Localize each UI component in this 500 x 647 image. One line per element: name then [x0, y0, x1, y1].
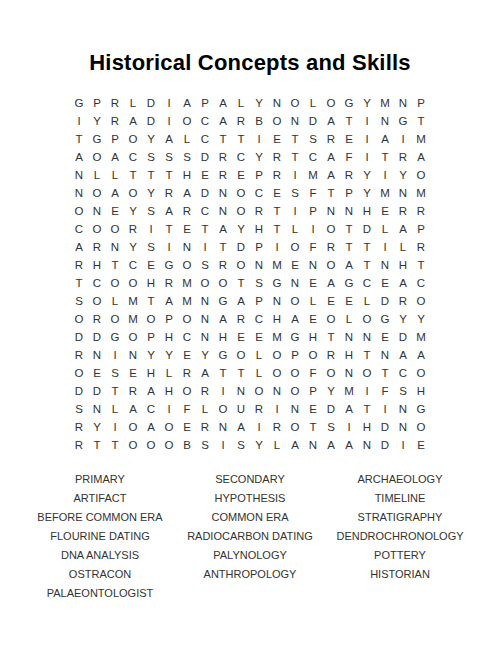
grid-cell-r4c11[interactable]: Y	[250, 148, 268, 166]
grid-cell-r5c19[interactable]: Y	[394, 166, 412, 184]
grid-cell-r11c8[interactable]: O	[196, 274, 214, 292]
grid-cell-r8c12[interactable]: T	[268, 220, 286, 238]
grid-cell-r2c1[interactable]: I	[70, 112, 88, 130]
grid-cell-r19c16[interactable]: I	[340, 418, 358, 436]
grid-cell-r5c8[interactable]: E	[196, 166, 214, 184]
grid-cell-r8c14[interactable]: I	[304, 220, 322, 238]
grid-cell-r10c5[interactable]: E	[142, 256, 160, 274]
grid-cell-r17c13[interactable]: O	[286, 382, 304, 400]
grid-cell-r1c7[interactable]: A	[178, 94, 196, 112]
grid-cell-r17c7[interactable]: O	[178, 382, 196, 400]
grid-cell-r18c13[interactable]: N	[286, 400, 304, 418]
grid-cell-r15c14[interactable]: O	[304, 346, 322, 364]
grid-cell-r12c17[interactable]: L	[358, 292, 376, 310]
grid-cell-r8c13[interactable]: L	[286, 220, 304, 238]
grid-cell-r5c5[interactable]: T	[142, 166, 160, 184]
grid-cell-r20c18[interactable]: D	[376, 436, 394, 454]
grid-cell-r13c3[interactable]: O	[106, 310, 124, 328]
grid-cell-r2c20[interactable]: T	[412, 112, 430, 130]
grid-cell-r11c11[interactable]: S	[250, 274, 268, 292]
grid-cell-r16c8[interactable]: A	[196, 364, 214, 382]
grid-cell-r4c1[interactable]: A	[70, 148, 88, 166]
grid-cell-r6c12[interactable]: E	[268, 184, 286, 202]
grid-cell-r12c20[interactable]: O	[412, 292, 430, 310]
grid-cell-r5c4[interactable]: T	[124, 166, 142, 184]
grid-cell-r10c2[interactable]: H	[88, 256, 106, 274]
grid-cell-r6c13[interactable]: S	[286, 184, 304, 202]
grid-cell-r2c17[interactable]: I	[358, 112, 376, 130]
grid-cell-r9c16[interactable]: T	[340, 238, 358, 256]
grid-cell-r11c9[interactable]: O	[214, 274, 232, 292]
grid-cell-r7c8[interactable]: C	[196, 202, 214, 220]
grid-cell-r10c15[interactable]: O	[322, 256, 340, 274]
grid-cell-r2c3[interactable]: R	[106, 112, 124, 130]
grid-cell-r12c4[interactable]: M	[124, 292, 142, 310]
grid-cell-r4c14[interactable]: C	[304, 148, 322, 166]
grid-cell-r16c17[interactable]: O	[358, 364, 376, 382]
grid-cell-r5c16[interactable]: R	[340, 166, 358, 184]
grid-cell-r11c15[interactable]: A	[322, 274, 340, 292]
grid-cell-r19c10[interactable]: A	[232, 418, 250, 436]
grid-cell-r8c17[interactable]: D	[358, 220, 376, 238]
grid-cell-r14c18[interactable]: E	[376, 328, 394, 346]
grid-cell-r6c5[interactable]: Y	[142, 184, 160, 202]
grid-cell-r17c17[interactable]: I	[358, 382, 376, 400]
grid-cell-r8c7[interactable]: E	[178, 220, 196, 238]
grid-cell-r18c12[interactable]: I	[268, 400, 286, 418]
grid-cell-r6c7[interactable]: A	[178, 184, 196, 202]
grid-cell-r9c4[interactable]: Y	[124, 238, 142, 256]
grid-cell-r20c16[interactable]: A	[340, 436, 358, 454]
grid-cell-r13c4[interactable]: M	[124, 310, 142, 328]
grid-cell-r3c7[interactable]: L	[178, 130, 196, 148]
grid-cell-r20c8[interactable]: S	[196, 436, 214, 454]
grid-cell-r5c15[interactable]: A	[322, 166, 340, 184]
grid-cell-r9c17[interactable]: T	[358, 238, 376, 256]
grid-cell-r13c5[interactable]: O	[142, 310, 160, 328]
grid-cell-r18c10[interactable]: U	[232, 400, 250, 418]
grid-cell-r12c10[interactable]: A	[232, 292, 250, 310]
grid-cell-r1c1[interactable]: G	[70, 94, 88, 112]
grid-cell-r4c8[interactable]: D	[196, 148, 214, 166]
grid-cell-r13c1[interactable]: O	[70, 310, 88, 328]
grid-cell-r14c2[interactable]: D	[88, 328, 106, 346]
grid-cell-r12c5[interactable]: T	[142, 292, 160, 310]
grid-cell-r9c10[interactable]: D	[232, 238, 250, 256]
grid-cell-r16c4[interactable]: E	[124, 364, 142, 382]
grid-cell-r7c2[interactable]: N	[88, 202, 106, 220]
grid-cell-r18c8[interactable]: L	[196, 400, 214, 418]
grid-cell-r10c4[interactable]: C	[124, 256, 142, 274]
grid-cell-r17c9[interactable]: I	[214, 382, 232, 400]
grid-cell-r19c12[interactable]: R	[268, 418, 286, 436]
grid-cell-r7c9[interactable]: N	[214, 202, 232, 220]
grid-cell-r5c18[interactable]: I	[376, 166, 394, 184]
grid-cell-r3c9[interactable]: T	[214, 130, 232, 148]
grid-cell-r6c3[interactable]: A	[106, 184, 124, 202]
grid-cell-r5c1[interactable]: N	[70, 166, 88, 184]
grid-cell-r10c1[interactable]: R	[70, 256, 88, 274]
grid-cell-r9c14[interactable]: F	[304, 238, 322, 256]
grid-cell-r12c9[interactable]: G	[214, 292, 232, 310]
grid-cell-r7c13[interactable]: I	[286, 202, 304, 220]
grid-cell-r15c13[interactable]: P	[286, 346, 304, 364]
grid-cell-r10c16[interactable]: A	[340, 256, 358, 274]
grid-cell-r4c10[interactable]: C	[232, 148, 250, 166]
grid-cell-r20c14[interactable]: N	[304, 436, 322, 454]
grid-cell-r14c19[interactable]: D	[394, 328, 412, 346]
grid-cell-r12c7[interactable]: M	[178, 292, 196, 310]
grid-cell-r5c7[interactable]: H	[178, 166, 196, 184]
grid-cell-r2c16[interactable]: T	[340, 112, 358, 130]
grid-cell-r15c1[interactable]: R	[70, 346, 88, 364]
grid-cell-r16c10[interactable]: T	[232, 364, 250, 382]
grid-cell-r4c17[interactable]: I	[358, 148, 376, 166]
grid-cell-r16c6[interactable]: L	[160, 364, 178, 382]
grid-cell-r10c3[interactable]: T	[106, 256, 124, 274]
grid-cell-r5c13[interactable]: I	[286, 166, 304, 184]
grid-cell-r6c20[interactable]: M	[412, 184, 430, 202]
grid-cell-r13c7[interactable]: O	[178, 310, 196, 328]
grid-cell-r19c6[interactable]: O	[160, 418, 178, 436]
grid-cell-r17c6[interactable]: H	[160, 382, 178, 400]
grid-cell-r17c14[interactable]: P	[304, 382, 322, 400]
grid-cell-r9c20[interactable]: R	[412, 238, 430, 256]
grid-cell-r14c12[interactable]: M	[268, 328, 286, 346]
grid-cell-r20c4[interactable]: O	[124, 436, 142, 454]
grid-cell-r14c3[interactable]: G	[106, 328, 124, 346]
grid-cell-r5c17[interactable]: Y	[358, 166, 376, 184]
grid-cell-r11c20[interactable]: C	[412, 274, 430, 292]
grid-cell-r2c12[interactable]: O	[268, 112, 286, 130]
grid-cell-r7c19[interactable]: R	[394, 202, 412, 220]
grid-cell-r18c15[interactable]: D	[322, 400, 340, 418]
grid-cell-r20c9[interactable]: I	[214, 436, 232, 454]
grid-cell-r1c2[interactable]: P	[88, 94, 106, 112]
grid-cell-r15c4[interactable]: N	[124, 346, 142, 364]
grid-cell-r18c16[interactable]: A	[340, 400, 358, 418]
grid-cell-r10c9[interactable]: R	[214, 256, 232, 274]
grid-cell-r3c2[interactable]: G	[88, 130, 106, 148]
grid-cell-r1c4[interactable]: L	[124, 94, 142, 112]
grid-cell-r17c8[interactable]: R	[196, 382, 214, 400]
grid-cell-r2c13[interactable]: N	[286, 112, 304, 130]
grid-cell-r17c15[interactable]: Y	[322, 382, 340, 400]
grid-cell-r17c19[interactable]: S	[394, 382, 412, 400]
grid-cell-r10c11[interactable]: N	[250, 256, 268, 274]
grid-cell-r9c2[interactable]: R	[88, 238, 106, 256]
grid-cell-r4c3[interactable]: A	[106, 148, 124, 166]
grid-cell-r11c3[interactable]: O	[106, 274, 124, 292]
grid-cell-r1c14[interactable]: L	[304, 94, 322, 112]
grid-cell-r19c15[interactable]: S	[322, 418, 340, 436]
grid-cell-r6c18[interactable]: M	[376, 184, 394, 202]
grid-cell-r8c2[interactable]: O	[88, 220, 106, 238]
grid-cell-r11c18[interactable]: E	[376, 274, 394, 292]
grid-cell-r6c10[interactable]: O	[232, 184, 250, 202]
grid-cell-r11c4[interactable]: O	[124, 274, 142, 292]
grid-cell-r15c8[interactable]: Y	[196, 346, 214, 364]
grid-cell-r14c20[interactable]: M	[412, 328, 430, 346]
grid-cell-r3c19[interactable]: I	[394, 130, 412, 148]
grid-cell-r3c20[interactable]: M	[412, 130, 430, 148]
grid-cell-r5c10[interactable]: E	[232, 166, 250, 184]
grid-cell-r20c12[interactable]: L	[268, 436, 286, 454]
grid-cell-r13c2[interactable]: R	[88, 310, 106, 328]
grid-cell-r16c12[interactable]: O	[268, 364, 286, 382]
grid-cell-r3c3[interactable]: P	[106, 130, 124, 148]
grid-cell-r3c10[interactable]: T	[232, 130, 250, 148]
grid-cell-r6c6[interactable]: R	[160, 184, 178, 202]
grid-cell-r13c13[interactable]: A	[286, 310, 304, 328]
grid-cell-r10c18[interactable]: N	[376, 256, 394, 274]
grid-cell-r3c12[interactable]: E	[268, 130, 286, 148]
grid-cell-r16c15[interactable]: O	[322, 364, 340, 382]
grid-cell-r17c3[interactable]: T	[106, 382, 124, 400]
grid-cell-r4c16[interactable]: F	[340, 148, 358, 166]
grid-cell-r16c9[interactable]: T	[214, 364, 232, 382]
grid-cell-r11c13[interactable]: N	[286, 274, 304, 292]
grid-cell-r15c19[interactable]: A	[394, 346, 412, 364]
grid-cell-r19c1[interactable]: R	[70, 418, 88, 436]
grid-cell-r1c19[interactable]: N	[394, 94, 412, 112]
grid-cell-r17c1[interactable]: D	[70, 382, 88, 400]
grid-cell-r13c19[interactable]: Y	[394, 310, 412, 328]
grid-cell-r8c5[interactable]: I	[142, 220, 160, 238]
grid-cell-r13c8[interactable]: N	[196, 310, 214, 328]
grid-cell-r17c4[interactable]: R	[124, 382, 142, 400]
grid-cell-r7c4[interactable]: Y	[124, 202, 142, 220]
grid-cell-r7c18[interactable]: E	[376, 202, 394, 220]
grid-cell-r1c8[interactable]: P	[196, 94, 214, 112]
grid-cell-r18c5[interactable]: C	[142, 400, 160, 418]
grid-cell-r7c14[interactable]: P	[304, 202, 322, 220]
grid-cell-r1c15[interactable]: O	[322, 94, 340, 112]
grid-cell-r20c1[interactable]: R	[70, 436, 88, 454]
grid-cell-r15c10[interactable]: O	[232, 346, 250, 364]
grid-cell-r7c11[interactable]: R	[250, 202, 268, 220]
grid-cell-r17c11[interactable]: O	[250, 382, 268, 400]
grid-cell-r1c18[interactable]: M	[376, 94, 394, 112]
grid-cell-r16c19[interactable]: C	[394, 364, 412, 382]
grid-cell-r8c6[interactable]: T	[160, 220, 178, 238]
grid-cell-r18c6[interactable]: I	[160, 400, 178, 418]
grid-cell-r20c19[interactable]: I	[394, 436, 412, 454]
grid-cell-r19c7[interactable]: E	[178, 418, 196, 436]
grid-cell-r19c18[interactable]: D	[376, 418, 394, 436]
grid-cell-r13c18[interactable]: G	[376, 310, 394, 328]
grid-cell-r20c6[interactable]: O	[160, 436, 178, 454]
grid-cell-r17c5[interactable]: A	[142, 382, 160, 400]
grid-cell-r7c17[interactable]: H	[358, 202, 376, 220]
grid-cell-r18c20[interactable]: G	[412, 400, 430, 418]
grid-cell-r14c11[interactable]: E	[250, 328, 268, 346]
grid-cell-r11c19[interactable]: A	[394, 274, 412, 292]
grid-cell-r2c4[interactable]: A	[124, 112, 142, 130]
grid-cell-r7c3[interactable]: E	[106, 202, 124, 220]
grid-cell-r1c5[interactable]: D	[142, 94, 160, 112]
grid-cell-r2c11[interactable]: B	[250, 112, 268, 130]
grid-cell-r10c10[interactable]: O	[232, 256, 250, 274]
grid-cell-r16c16[interactable]: N	[340, 364, 358, 382]
grid-cell-r1c16[interactable]: G	[340, 94, 358, 112]
grid-cell-r15c16[interactable]: H	[340, 346, 358, 364]
grid-cell-r16c7[interactable]: R	[178, 364, 196, 382]
grid-cell-r3c15[interactable]: R	[322, 130, 340, 148]
grid-cell-r20c5[interactable]: O	[142, 436, 160, 454]
grid-cell-r18c7[interactable]: F	[178, 400, 196, 418]
grid-cell-r17c2[interactable]: D	[88, 382, 106, 400]
grid-cell-r18c2[interactable]: N	[88, 400, 106, 418]
grid-cell-r2c8[interactable]: C	[196, 112, 214, 130]
grid-cell-r12c14[interactable]: L	[304, 292, 322, 310]
grid-cell-r5c3[interactable]: L	[106, 166, 124, 184]
grid-cell-r11c12[interactable]: G	[268, 274, 286, 292]
grid-cell-r4c13[interactable]: T	[286, 148, 304, 166]
grid-cell-r14c5[interactable]: P	[142, 328, 160, 346]
grid-cell-r13c20[interactable]: Y	[412, 310, 430, 328]
grid-cell-r14c10[interactable]: E	[232, 328, 250, 346]
grid-cell-r16c3[interactable]: S	[106, 364, 124, 382]
grid-cell-r1c3[interactable]: R	[106, 94, 124, 112]
grid-cell-r15c9[interactable]: G	[214, 346, 232, 364]
grid-cell-r2c9[interactable]: A	[214, 112, 232, 130]
grid-cell-r4c5[interactable]: S	[142, 148, 160, 166]
grid-cell-r2c15[interactable]: A	[322, 112, 340, 130]
grid-cell-r5c9[interactable]: R	[214, 166, 232, 184]
grid-cell-r19c17[interactable]: H	[358, 418, 376, 436]
grid-cell-r5c2[interactable]: L	[88, 166, 106, 184]
grid-cell-r16c11[interactable]: L	[250, 364, 268, 382]
grid-cell-r17c10[interactable]: N	[232, 382, 250, 400]
grid-cell-r14c15[interactable]: T	[322, 328, 340, 346]
grid-cell-r8c9[interactable]: A	[214, 220, 232, 238]
grid-cell-r17c20[interactable]: H	[412, 382, 430, 400]
grid-cell-r3c4[interactable]: O	[124, 130, 142, 148]
grid-cell-r6c15[interactable]: T	[322, 184, 340, 202]
grid-cell-r3c1[interactable]: T	[70, 130, 88, 148]
grid-cell-r9c13[interactable]: O	[286, 238, 304, 256]
grid-cell-r4c19[interactable]: R	[394, 148, 412, 166]
grid-cell-r19c13[interactable]: O	[286, 418, 304, 436]
grid-cell-r16c5[interactable]: H	[142, 364, 160, 382]
grid-cell-r15c20[interactable]: A	[412, 346, 430, 364]
grid-cell-r4c18[interactable]: T	[376, 148, 394, 166]
grid-cell-r8c8[interactable]: T	[196, 220, 214, 238]
grid-cell-r15c17[interactable]: T	[358, 346, 376, 364]
grid-cell-r13c9[interactable]: A	[214, 310, 232, 328]
grid-cell-r2c18[interactable]: N	[376, 112, 394, 130]
grid-cell-r1c13[interactable]: O	[286, 94, 304, 112]
grid-cell-r9c8[interactable]: I	[196, 238, 214, 256]
grid-cell-r18c3[interactable]: L	[106, 400, 124, 418]
grid-cell-r20c15[interactable]: A	[322, 436, 340, 454]
grid-cell-r12c18[interactable]: D	[376, 292, 394, 310]
grid-cell-r3c13[interactable]: T	[286, 130, 304, 148]
grid-cell-r5c14[interactable]: M	[304, 166, 322, 184]
grid-cell-r20c10[interactable]: S	[232, 436, 250, 454]
grid-cell-r12c12[interactable]: N	[268, 292, 286, 310]
grid-cell-r9c12[interactable]: I	[268, 238, 286, 256]
grid-cell-r6c11[interactable]: C	[250, 184, 268, 202]
grid-cell-r12c15[interactable]: E	[322, 292, 340, 310]
grid-cell-r10c20[interactable]: T	[412, 256, 430, 274]
grid-cell-r6c9[interactable]: N	[214, 184, 232, 202]
grid-cell-r12c8[interactable]: N	[196, 292, 214, 310]
grid-cell-r8c19[interactable]: A	[394, 220, 412, 238]
grid-cell-r10c8[interactable]: S	[196, 256, 214, 274]
grid-cell-r20c20[interactable]: E	[412, 436, 430, 454]
grid-cell-r20c13[interactable]: A	[286, 436, 304, 454]
grid-cell-r9c6[interactable]: I	[160, 238, 178, 256]
grid-cell-r14c4[interactable]: O	[124, 328, 142, 346]
grid-cell-r4c20[interactable]: A	[412, 148, 430, 166]
grid-cell-r9c5[interactable]: S	[142, 238, 160, 256]
grid-cell-r5c11[interactable]: P	[250, 166, 268, 184]
grid-cell-r3c5[interactable]: Y	[142, 130, 160, 148]
grid-cell-r19c9[interactable]: N	[214, 418, 232, 436]
grid-cell-r18c9[interactable]: O	[214, 400, 232, 418]
grid-cell-r7c6[interactable]: A	[160, 202, 178, 220]
grid-cell-r6c16[interactable]: P	[340, 184, 358, 202]
grid-cell-r15c18[interactable]: N	[376, 346, 394, 364]
grid-cell-r19c14[interactable]: T	[304, 418, 322, 436]
grid-cell-r9c7[interactable]: N	[178, 238, 196, 256]
grid-cell-r6c14[interactable]: F	[304, 184, 322, 202]
grid-cell-r19c8[interactable]: R	[196, 418, 214, 436]
grid-cell-r20c11[interactable]: Y	[250, 436, 268, 454]
grid-cell-r13c16[interactable]: L	[340, 310, 358, 328]
grid-cell-r8c20[interactable]: P	[412, 220, 430, 238]
grid-cell-r2c5[interactable]: D	[142, 112, 160, 130]
grid-cell-r9c9[interactable]: T	[214, 238, 232, 256]
grid-cell-r3c16[interactable]: E	[340, 130, 358, 148]
grid-cell-r5c12[interactable]: R	[268, 166, 286, 184]
grid-cell-r7c10[interactable]: O	[232, 202, 250, 220]
grid-cell-r15c2[interactable]: N	[88, 346, 106, 364]
grid-cell-r7c5[interactable]: S	[142, 202, 160, 220]
grid-cell-r19c11[interactable]: I	[250, 418, 268, 436]
grid-cell-r8c11[interactable]: H	[250, 220, 268, 238]
grid-cell-r6c2[interactable]: O	[88, 184, 106, 202]
grid-cell-r13c6[interactable]: P	[160, 310, 178, 328]
grid-cell-r7c16[interactable]: N	[340, 202, 358, 220]
grid-cell-r3c11[interactable]: I	[250, 130, 268, 148]
grid-cell-r11c16[interactable]: G	[340, 274, 358, 292]
grid-cell-r20c17[interactable]: N	[358, 436, 376, 454]
grid-cell-r14c17[interactable]: N	[358, 328, 376, 346]
grid-cell-r15c7[interactable]: E	[178, 346, 196, 364]
grid-cell-r14c9[interactable]: H	[214, 328, 232, 346]
grid-cell-r4c15[interactable]: A	[322, 148, 340, 166]
grid-cell-r18c4[interactable]: A	[124, 400, 142, 418]
grid-cell-r19c2[interactable]: Y	[88, 418, 106, 436]
grid-cell-r15c5[interactable]: Y	[142, 346, 160, 364]
grid-cell-r6c17[interactable]: Y	[358, 184, 376, 202]
grid-cell-r8c16[interactable]: T	[340, 220, 358, 238]
grid-cell-r11c10[interactable]: T	[232, 274, 250, 292]
grid-cell-r17c18[interactable]: F	[376, 382, 394, 400]
grid-cell-r16c18[interactable]: T	[376, 364, 394, 382]
grid-cell-r11c1[interactable]: T	[70, 274, 88, 292]
grid-cell-r13c15[interactable]: O	[322, 310, 340, 328]
grid-cell-r20c2[interactable]: T	[88, 436, 106, 454]
grid-cell-r18c14[interactable]: E	[304, 400, 322, 418]
grid-cell-r2c19[interactable]: G	[394, 112, 412, 130]
grid-cell-r12c16[interactable]: E	[340, 292, 358, 310]
grid-cell-r16c2[interactable]: E	[88, 364, 106, 382]
grid-cell-r4c2[interactable]: O	[88, 148, 106, 166]
